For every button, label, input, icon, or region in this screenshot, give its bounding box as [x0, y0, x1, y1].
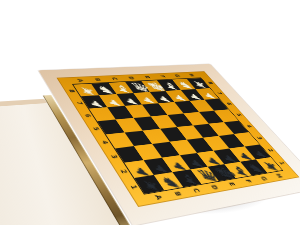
coordinate-text: C	[191, 188, 200, 193]
coordinate-text: 2	[266, 148, 274, 152]
file-label-b: B	[86, 76, 108, 84]
coordinate-text: C	[110, 77, 118, 80]
coordinate-text: 5	[234, 113, 241, 116]
coordinate-text: 8	[206, 81, 213, 84]
square-g3	[219, 134, 245, 148]
square-e7: ♟	[150, 91, 175, 103]
chess-board: ABCDEFGH8♜♞♝♛♚♝♞♜87♟♟♟♟♟♟♟♟7665544332♟♟♟…	[57, 71, 300, 207]
coordinate-text: G	[259, 176, 268, 181]
coordinate-text: 1	[128, 184, 138, 189]
coordinate-text: D	[209, 185, 218, 190]
square-f4	[193, 124, 219, 138]
square-e5	[168, 113, 194, 127]
piece-white-pawn: ♟	[85, 98, 107, 110]
coordinate-text: 7	[75, 101, 84, 104]
coordinate-text: 3	[255, 136, 263, 140]
coordinate-text: B	[173, 191, 183, 196]
coordinate-text: A	[76, 79, 84, 82]
coordinate-text: G	[173, 74, 181, 77]
coordinate-text: 6	[225, 102, 232, 105]
coordinate-text: 6	[83, 114, 92, 118]
rank-label-7: 7	[69, 96, 89, 109]
coordinate-text: H	[187, 74, 194, 77]
coordinate-text: D	[127, 76, 135, 79]
coordinate-text: H	[274, 173, 283, 178]
rank-label-6: 6	[219, 98, 238, 110]
coordinate-text: 4	[100, 140, 109, 144]
coordinate-text: 3	[109, 154, 118, 158]
coordinate-text: 4	[245, 124, 253, 127]
coordinate-text: E	[227, 182, 236, 187]
table-plane: ABCDEFGH8♜♞♝♛♚♝♞♜87♟♟♟♟♟♟♟♟7665544332♟♟♟…	[0, 60, 300, 225]
coordinate-text: E	[143, 76, 150, 79]
square-h1: ♜	[256, 157, 282, 173]
square-d3	[170, 140, 197, 156]
photo-scene: ABCDEFGH8♜♞♝♛♚♝♞♜87♟♟♟♟♟♟♟♟7665544332♟♟♟…	[0, 0, 300, 225]
coordinate-text: F	[243, 179, 251, 183]
rank-label-4: 4	[239, 120, 259, 133]
coordinate-text: F	[158, 75, 165, 78]
coordinate-text: 8	[67, 89, 75, 92]
coordinate-text: 2	[118, 169, 127, 174]
coordinate-text: 7	[215, 92, 222, 95]
coordinate-text: B	[93, 78, 101, 81]
coordinate-text: 1	[277, 161, 285, 165]
board-face: ABCDEFGH8♜♞♝♛♚♝♞♜87♟♟♟♟♟♟♟♟7665544332♟♟♟…	[57, 71, 300, 207]
coordinate-text: 5	[91, 127, 100, 131]
coordinate-text: A	[153, 195, 163, 201]
